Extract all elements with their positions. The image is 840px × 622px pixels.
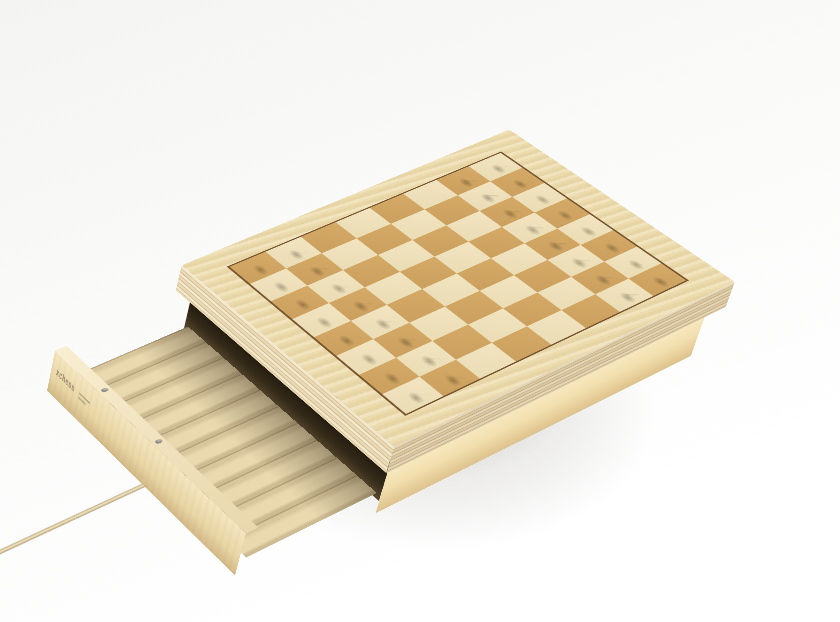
scene: xchess ♜♞♝♛♚♝♞♜♟♟♟♟♟♟♟♟♟♟♟♟♟♟♟♟♜♞♝♛♚♝♞♜ — [0, 0, 840, 622]
drawer-divider — [0, 522, 63, 591]
magnet-dot — [100, 387, 109, 392]
piece-glyph: ♜ — [390, 345, 437, 397]
piece-glyph: ♟ — [606, 256, 643, 297]
magnet-dot — [154, 439, 163, 445]
product-photo-canvas: xchess ♜♞♝♛♚♝♞♜♟♟♟♟♟♟♟♟♟♟♟♟♟♟♟♟♜♞♝♛♚♝♞♜ — [0, 0, 840, 622]
brand-logo: xchess — [55, 368, 75, 394]
